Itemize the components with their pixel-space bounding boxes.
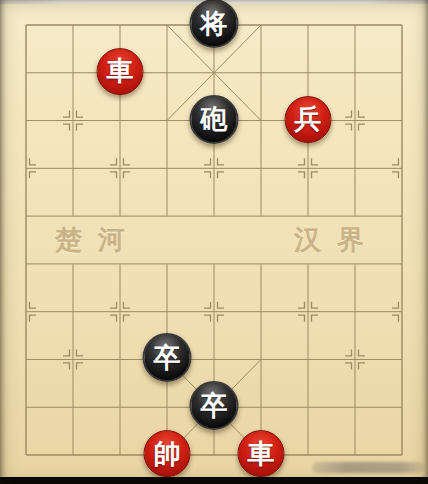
blurred-watermark [312, 462, 424, 473]
river-label-chu-he: 楚河 [55, 216, 141, 264]
piece-black-soldier-2[interactable]: 卒 [190, 381, 239, 430]
piece-black-soldier-1[interactable]: 卒 [143, 333, 192, 382]
piece-red-chariot-1[interactable]: 車 [97, 48, 144, 95]
letterbox-bar [0, 477, 428, 484]
piece-black-cannon[interactable]: 砲 [190, 95, 239, 144]
piece-red-soldier[interactable]: 兵 [285, 96, 332, 143]
piece-red-chariot-2[interactable]: 車 [238, 430, 285, 477]
xiangqi-app-frame: 楚河 汉界 将車砲兵卒卒帥車 [0, 0, 428, 484]
piece-black-general[interactable]: 将 [190, 0, 239, 48]
river-label-han-jie: 汉界 [294, 216, 380, 264]
piece-red-general[interactable]: 帥 [144, 430, 191, 477]
xiangqi-board: 楚河 汉界 将車砲兵卒卒帥車 [26, 25, 402, 455]
